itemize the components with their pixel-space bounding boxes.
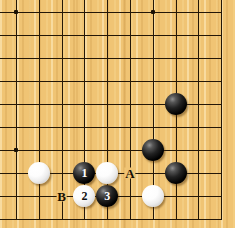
stone-black-r3[interactable] <box>165 162 187 184</box>
stone-black-q4[interactable] <box>142 139 164 161</box>
stone-white-q2[interactable] <box>142 185 164 207</box>
move-number-2: 2 <box>81 190 87 202</box>
star-point-q10 <box>151 10 155 14</box>
star-point-k10 <box>14 10 18 14</box>
stone-white-o3[interactable] <box>96 162 118 184</box>
point-label-b-m2[interactable]: B <box>56 191 67 202</box>
star-point-k4 <box>14 148 18 152</box>
stone-black-r6[interactable] <box>165 93 187 115</box>
stone-white-n2[interactable]: 2 <box>73 185 95 207</box>
go-board[interactable]: 132 AB <box>0 0 235 228</box>
point-label-a-p3[interactable]: A <box>124 168 135 179</box>
stone-white-l3[interactable] <box>28 162 50 184</box>
grid-vertical-lines <box>16 0 223 220</box>
stone-black-n3[interactable]: 1 <box>73 162 95 184</box>
move-number-3: 3 <box>104 190 110 202</box>
stone-black-o2[interactable]: 3 <box>96 185 118 207</box>
move-number-1: 1 <box>81 167 87 179</box>
